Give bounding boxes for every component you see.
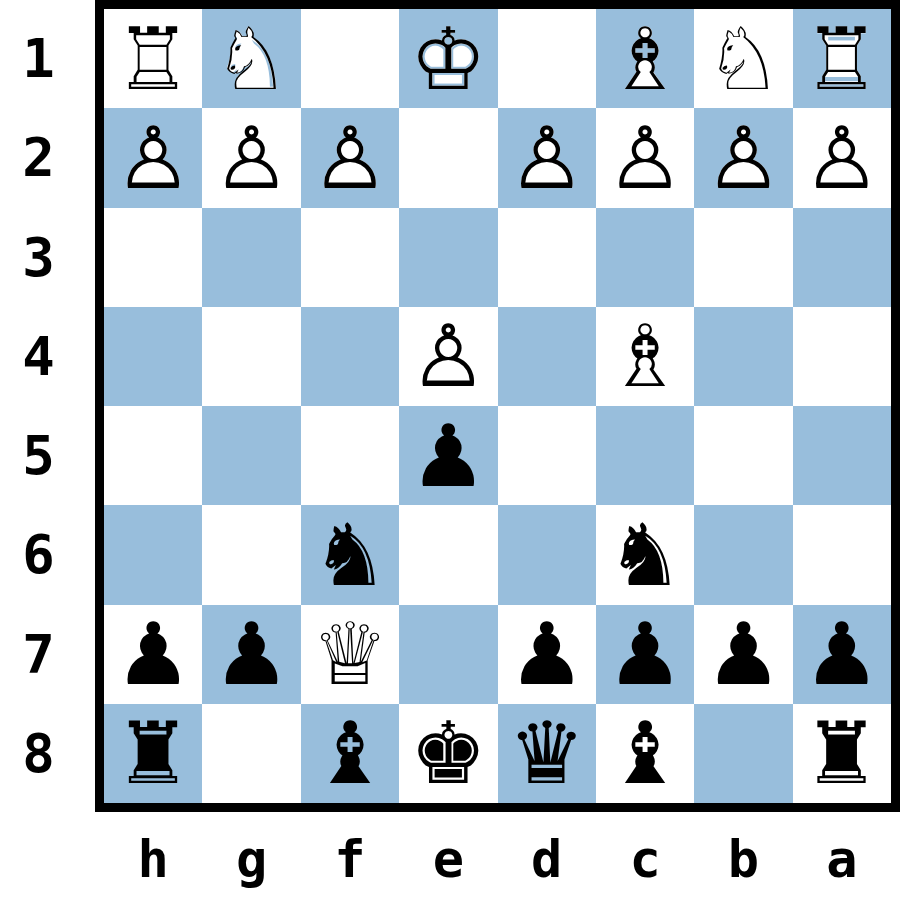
square-h3[interactable] <box>104 208 202 307</box>
file-labels: h g f e d c b a <box>104 812 891 901</box>
white-piece-outline: ♘ <box>694 9 792 108</box>
white-piece-outline: ♙ <box>596 108 694 207</box>
square-h5[interactable] <box>104 406 202 505</box>
square-d7[interactable]: ♟ <box>498 605 596 704</box>
square-c5[interactable] <box>596 406 694 505</box>
square-a8[interactable]: ♜ <box>793 704 891 803</box>
rank-label-2: 2 <box>0 108 95 207</box>
black-piece-glyph: ♝ <box>301 704 399 803</box>
file-label-c: c <box>596 812 694 901</box>
white-pawn-b2[interactable]: ♟♙ <box>694 108 792 207</box>
black-piece-glyph: ♜ <box>104 704 202 803</box>
white-rook-h1[interactable]: ♜♖ <box>104 9 202 108</box>
black-piece-glyph: ♟ <box>498 605 596 704</box>
square-g2[interactable]: ♟♙ <box>202 108 300 207</box>
square-b7[interactable]: ♟ <box>694 605 792 704</box>
rank-labels: 1 2 3 4 5 6 7 8 <box>0 9 95 803</box>
black-pawn-e5[interactable]: ♟ <box>399 406 497 505</box>
square-c7[interactable]: ♟ <box>596 605 694 704</box>
black-pawn-d7[interactable]: ♟ <box>498 605 596 704</box>
rank-label-4: 4 <box>0 307 95 406</box>
square-g7[interactable]: ♟ <box>202 605 300 704</box>
square-e1[interactable]: ♚♔ <box>399 9 497 108</box>
white-piece-outline: ♙ <box>202 108 300 207</box>
square-d6[interactable] <box>498 505 596 604</box>
square-a4[interactable] <box>793 307 891 406</box>
white-pawn-h2[interactable]: ♟♙ <box>104 108 202 207</box>
black-king-e8[interactable]: ♚ <box>399 704 497 803</box>
square-h4[interactable] <box>104 307 202 406</box>
white-piece-outline: ♖ <box>104 9 202 108</box>
square-g6[interactable] <box>202 505 300 604</box>
white-piece-outline: ♙ <box>104 108 202 207</box>
file-label-b: b <box>694 812 792 901</box>
black-piece-glyph: ♞ <box>596 505 694 604</box>
black-piece-glyph: ♟ <box>202 605 300 704</box>
square-b5[interactable] <box>694 406 792 505</box>
white-piece-outline: ♙ <box>301 108 399 207</box>
chess-board[interactable]: ♜♖♞♘♚♔♝♗♞♘♜♖♟♙♟♙♟♙♟♙♟♙♟♙♟♙♟♙♝♗♟♞♞♟♟♛♕♟♟♟… <box>95 0 900 812</box>
black-rook-h8[interactable]: ♜ <box>104 704 202 803</box>
square-c4[interactable]: ♝♗ <box>596 307 694 406</box>
square-a6[interactable] <box>793 505 891 604</box>
square-b8[interactable] <box>694 704 792 803</box>
square-f4[interactable] <box>301 307 399 406</box>
square-f7[interactable]: ♛♕ <box>301 605 399 704</box>
black-piece-glyph: ♞ <box>301 505 399 604</box>
white-piece-outline: ♙ <box>694 108 792 207</box>
white-piece-outline: ♙ <box>793 108 891 207</box>
white-piece-outline: ♘ <box>202 9 300 108</box>
square-g4[interactable] <box>202 307 300 406</box>
black-pawn-a7[interactable]: ♟ <box>793 605 891 704</box>
rank-label-8: 8 <box>0 704 95 803</box>
square-g1[interactable]: ♞♘ <box>202 9 300 108</box>
square-b2[interactable]: ♟♙ <box>694 108 792 207</box>
square-f1[interactable] <box>301 9 399 108</box>
square-d2[interactable]: ♟♙ <box>498 108 596 207</box>
rank-label-1: 1 <box>0 9 95 108</box>
square-h1[interactable]: ♜♖ <box>104 9 202 108</box>
black-piece-glyph: ♟ <box>694 605 792 704</box>
rank-label-7: 7 <box>0 605 95 704</box>
square-f8[interactable]: ♝ <box>301 704 399 803</box>
black-pawn-c7[interactable]: ♟ <box>596 605 694 704</box>
file-label-h: h <box>104 812 202 901</box>
white-pawn-e4[interactable]: ♟♙ <box>399 307 497 406</box>
square-f6[interactable]: ♞ <box>301 505 399 604</box>
white-piece-outline: ♖ <box>793 9 891 108</box>
white-pawn-f2[interactable]: ♟♙ <box>301 108 399 207</box>
square-h6[interactable] <box>104 505 202 604</box>
black-piece-glyph: ♝ <box>596 704 694 803</box>
square-e2[interactable] <box>399 108 497 207</box>
black-rook-a8[interactable]: ♜ <box>793 704 891 803</box>
file-label-e: e <box>399 812 497 901</box>
black-bishop-c8[interactable]: ♝ <box>596 704 694 803</box>
square-d1[interactable] <box>498 9 596 108</box>
white-pawn-c2[interactable]: ♟♙ <box>596 108 694 207</box>
black-piece-glyph: ♟ <box>399 406 497 505</box>
rank-label-6: 6 <box>0 505 95 604</box>
black-piece-glyph: ♟ <box>793 605 891 704</box>
square-c8[interactable]: ♝ <box>596 704 694 803</box>
square-h2[interactable]: ♟♙ <box>104 108 202 207</box>
white-queen-f7[interactable]: ♛♕ <box>301 605 399 704</box>
square-a7[interactable]: ♟ <box>793 605 891 704</box>
square-c3[interactable] <box>596 208 694 307</box>
white-bishop-c4[interactable]: ♝♗ <box>596 307 694 406</box>
file-label-f: f <box>301 812 399 901</box>
square-h8[interactable]: ♜ <box>104 704 202 803</box>
square-c6[interactable]: ♞ <box>596 505 694 604</box>
square-c2[interactable]: ♟♙ <box>596 108 694 207</box>
square-d3[interactable] <box>498 208 596 307</box>
square-g3[interactable] <box>202 208 300 307</box>
file-label-a: a <box>793 812 891 901</box>
black-bishop-f8[interactable]: ♝ <box>301 704 399 803</box>
square-g5[interactable] <box>202 406 300 505</box>
square-a2[interactable]: ♟♙ <box>793 108 891 207</box>
square-d4[interactable] <box>498 307 596 406</box>
square-a1[interactable]: ♜♖ <box>793 9 891 108</box>
black-piece-glyph: ♟ <box>104 605 202 704</box>
white-bishop-c1[interactable]: ♝♗ <box>596 9 694 108</box>
square-a5[interactable] <box>793 406 891 505</box>
square-b6[interactable] <box>694 505 792 604</box>
rank-label-3: 3 <box>0 208 95 307</box>
square-e6[interactable] <box>399 505 497 604</box>
file-label-d: d <box>498 812 596 901</box>
square-b1[interactable]: ♞♘ <box>694 9 792 108</box>
square-b3[interactable] <box>694 208 792 307</box>
black-piece-glyph: ♚ <box>399 704 497 803</box>
white-pawn-a2[interactable]: ♟♙ <box>793 108 891 207</box>
rank-label-5: 5 <box>0 406 95 505</box>
black-piece-glyph: ♛ <box>498 704 596 803</box>
square-h7[interactable]: ♟ <box>104 605 202 704</box>
square-e7[interactable] <box>399 605 497 704</box>
white-piece-outline: ♕ <box>301 605 399 704</box>
white-piece-outline: ♙ <box>498 108 596 207</box>
square-d5[interactable] <box>498 406 596 505</box>
black-piece-glyph: ♜ <box>793 704 891 803</box>
black-pawn-b7[interactable]: ♟ <box>694 605 792 704</box>
square-g8[interactable] <box>202 704 300 803</box>
white-knight-b1[interactable]: ♞♘ <box>694 9 792 108</box>
square-d8[interactable]: ♛ <box>498 704 596 803</box>
white-pawn-d2[interactable]: ♟♙ <box>498 108 596 207</box>
file-label-g: g <box>202 812 300 901</box>
square-c1[interactable]: ♝♗ <box>596 9 694 108</box>
square-f5[interactable] <box>301 406 399 505</box>
white-piece-outline: ♔ <box>399 9 497 108</box>
black-knight-f6[interactable]: ♞ <box>301 505 399 604</box>
square-e4[interactable]: ♟♙ <box>399 307 497 406</box>
square-e8[interactable]: ♚ <box>399 704 497 803</box>
square-b4[interactable] <box>694 307 792 406</box>
black-queen-d8[interactable]: ♛ <box>498 704 596 803</box>
chess-diagram: 1 2 3 4 5 6 7 8 ♜♖♞♘♚♔♝♗♞♘♜♖♟♙♟♙♟♙♟♙♟♙♟♙… <box>0 0 900 901</box>
white-piece-outline: ♗ <box>596 307 694 406</box>
white-piece-outline: ♙ <box>399 307 497 406</box>
white-knight-g1[interactable]: ♞♘ <box>202 9 300 108</box>
black-knight-c6[interactable]: ♞ <box>596 505 694 604</box>
black-pawn-g7[interactable]: ♟ <box>202 605 300 704</box>
white-king-e1[interactable]: ♚♔ <box>399 9 497 108</box>
square-e5[interactable]: ♟ <box>399 406 497 505</box>
square-f3[interactable] <box>301 208 399 307</box>
white-piece-outline: ♗ <box>596 9 694 108</box>
square-f2[interactable]: ♟♙ <box>301 108 399 207</box>
black-pawn-h7[interactable]: ♟ <box>104 605 202 704</box>
black-piece-glyph: ♟ <box>596 605 694 704</box>
square-a3[interactable] <box>793 208 891 307</box>
white-pawn-g2[interactable]: ♟♙ <box>202 108 300 207</box>
square-e3[interactable] <box>399 208 497 307</box>
white-rook-a1[interactable]: ♜♖ <box>793 9 891 108</box>
